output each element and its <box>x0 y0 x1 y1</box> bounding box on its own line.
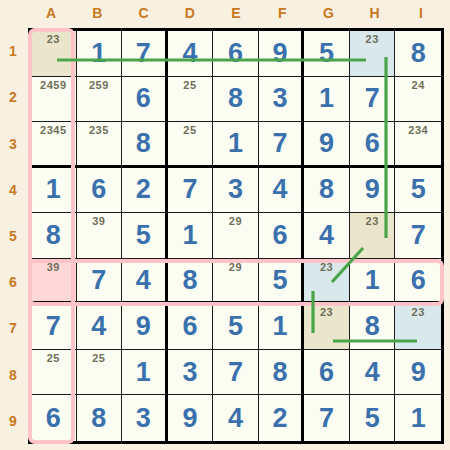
cell-i3[interactable]: 234 <box>395 122 441 168</box>
cell-e3[interactable]: 1 <box>213 122 259 168</box>
cell-value: 5 <box>319 40 334 67</box>
cell-candidates: 23 <box>304 306 349 318</box>
cell-value: 7 <box>411 222 426 249</box>
cell-candidates: 23 <box>304 261 349 273</box>
cell-value: 6 <box>319 359 334 386</box>
cell-i5[interactable]: 7 <box>395 213 441 259</box>
cell-value: 1 <box>319 85 334 112</box>
cell-candidates: 2459 <box>31 79 76 91</box>
cell-e5[interactable]: 29 <box>213 213 259 259</box>
cell-i8[interactable]: 9 <box>395 350 441 396</box>
cell-c8[interactable]: 1 <box>122 350 168 396</box>
cell-h7[interactable]: 8 <box>350 304 396 350</box>
cell-value: 6 <box>136 85 151 112</box>
cell-f9[interactable]: 2 <box>259 395 305 441</box>
row-label-1: 1 <box>0 28 26 74</box>
cell-candidates: 29 <box>213 261 258 273</box>
sudoku-app: ABCDEFGHI 123456789 23174695238245925962… <box>0 0 450 450</box>
cell-value: 1 <box>46 176 61 203</box>
cell-d7[interactable]: 6 <box>168 304 214 350</box>
cell-e6[interactable]: 29 <box>213 259 259 305</box>
cell-g9[interactable]: 7 <box>304 395 350 441</box>
cell-b8[interactable]: 25 <box>77 350 123 396</box>
cell-a8[interactable]: 25 <box>31 350 77 396</box>
cell-value: 7 <box>46 313 61 340</box>
cell-i4[interactable]: 5 <box>395 168 441 214</box>
column-label-b: B <box>74 5 120 23</box>
cell-value: 9 <box>411 359 426 386</box>
cell-value: 1 <box>273 313 288 340</box>
row-label-7: 7 <box>0 305 26 351</box>
cell-value: 7 <box>136 40 151 67</box>
cell-h4[interactable]: 9 <box>350 168 396 214</box>
cell-b6[interactable]: 7 <box>77 259 123 305</box>
cell-f6[interactable]: 5 <box>259 259 305 305</box>
cell-value: 1 <box>91 40 106 67</box>
cell-value: 4 <box>273 176 288 203</box>
row-label-3: 3 <box>0 120 26 166</box>
cell-h6[interactable]: 1 <box>350 259 396 305</box>
cell-value: 6 <box>411 267 426 294</box>
column-label-e: E <box>213 5 259 23</box>
cell-value: 1 <box>228 130 243 157</box>
cell-h9[interactable]: 5 <box>350 395 396 441</box>
cell-candidates: 23 <box>395 306 441 318</box>
row-label-8: 8 <box>0 352 26 398</box>
cell-c9[interactable]: 3 <box>122 395 168 441</box>
cell-candidates: 25 <box>77 352 122 364</box>
cell-d9[interactable]: 9 <box>168 395 214 441</box>
cell-value: 9 <box>136 313 151 340</box>
cell-i1[interactable]: 8 <box>395 31 441 77</box>
cell-value: 6 <box>228 40 243 67</box>
cell-value: 2 <box>273 405 288 432</box>
cell-value: 9 <box>365 176 380 203</box>
cell-value: 8 <box>46 222 61 249</box>
column-label-f: F <box>259 5 305 23</box>
cell-b9[interactable]: 8 <box>77 395 123 441</box>
cell-candidates: 39 <box>77 215 122 227</box>
cell-value: 7 <box>182 176 197 203</box>
cell-c6[interactable]: 4 <box>122 259 168 305</box>
cell-value: 7 <box>319 405 334 432</box>
cell-g6[interactable]: 23 <box>304 259 350 305</box>
cell-e9[interactable]: 4 <box>213 395 259 441</box>
cell-a6[interactable]: 39 <box>31 259 77 305</box>
cell-candidates: 259 <box>77 79 122 91</box>
cell-g5[interactable]: 4 <box>304 213 350 259</box>
cell-value: 6 <box>182 313 197 340</box>
cell-f4[interactable]: 4 <box>259 168 305 214</box>
cell-c5[interactable]: 5 <box>122 213 168 259</box>
cell-value: 7 <box>365 85 380 112</box>
cell-g7[interactable]: 23 <box>304 304 350 350</box>
cell-d1[interactable]: 4 <box>168 31 214 77</box>
cell-value: 5 <box>136 222 151 249</box>
cell-value: 4 <box>91 313 106 340</box>
cell-value: 1 <box>411 405 426 432</box>
cell-candidates: 2345 <box>31 124 76 136</box>
cell-g2[interactable]: 1 <box>304 77 350 123</box>
column-label-g: G <box>305 5 351 23</box>
cell-value: 4 <box>365 359 380 386</box>
cell-value: 1 <box>136 359 151 386</box>
cell-d6[interactable]: 8 <box>168 259 214 305</box>
cell-value: 4 <box>136 267 151 294</box>
cell-d8[interactable]: 3 <box>168 350 214 396</box>
column-labels: ABCDEFGHI <box>28 5 444 23</box>
cell-f3[interactable]: 7 <box>259 122 305 168</box>
cell-value: 5 <box>228 313 243 340</box>
cell-value: 3 <box>228 176 243 203</box>
cell-value: 2 <box>136 176 151 203</box>
cell-c2[interactable]: 6 <box>122 77 168 123</box>
sudoku-board: 2317469523824592596258317242345235825179… <box>28 28 444 444</box>
cell-c7[interactable]: 9 <box>122 304 168 350</box>
cell-value: 8 <box>182 267 197 294</box>
cell-candidates: 23 <box>350 215 395 227</box>
row-label-4: 4 <box>0 167 26 213</box>
cell-candidates: 24 <box>395 79 441 91</box>
cell-value: 8 <box>365 313 380 340</box>
cell-value: 8 <box>411 40 426 67</box>
cell-e4[interactable]: 3 <box>213 168 259 214</box>
cell-g4[interactable]: 8 <box>304 168 350 214</box>
cell-value: 6 <box>91 176 106 203</box>
column-label-c: C <box>120 5 166 23</box>
cell-d3[interactable]: 25 <box>168 122 214 168</box>
cell-a1[interactable]: 23 <box>31 31 77 77</box>
cell-f2[interactable]: 3 <box>259 77 305 123</box>
cell-value: 8 <box>136 130 151 157</box>
cell-value: 6 <box>365 130 380 157</box>
cell-b1[interactable]: 1 <box>77 31 123 77</box>
cell-b5[interactable]: 39 <box>77 213 123 259</box>
cell-a2[interactable]: 2459 <box>31 77 77 123</box>
cell-h1[interactable]: 23 <box>350 31 396 77</box>
cell-f7[interactable]: 1 <box>259 304 305 350</box>
cell-value: 8 <box>273 359 288 386</box>
cell-value: 9 <box>319 130 334 157</box>
cell-value: 9 <box>182 405 197 432</box>
cell-e1[interactable]: 6 <box>213 31 259 77</box>
cell-value: 3 <box>273 85 288 112</box>
cell-a7[interactable]: 7 <box>31 304 77 350</box>
cell-c4[interactable]: 2 <box>122 168 168 214</box>
cell-f5[interactable]: 6 <box>259 213 305 259</box>
row-labels: 123456789 <box>0 28 26 444</box>
row-label-6: 6 <box>0 259 26 305</box>
cell-value: 5 <box>365 405 380 432</box>
cell-d2[interactable]: 25 <box>168 77 214 123</box>
cell-value: 6 <box>273 222 288 249</box>
cell-value: 8 <box>91 405 106 432</box>
cell-b4[interactable]: 6 <box>77 168 123 214</box>
row-label-2: 2 <box>0 74 26 120</box>
cell-b2[interactable]: 259 <box>77 77 123 123</box>
cell-e2[interactable]: 8 <box>213 77 259 123</box>
cell-value: 7 <box>228 359 243 386</box>
cell-value: 4 <box>228 405 243 432</box>
cell-g3[interactable]: 9 <box>304 122 350 168</box>
column-label-a: A <box>28 5 74 23</box>
cell-g8[interactable]: 6 <box>304 350 350 396</box>
cell-value: 8 <box>319 176 334 203</box>
cell-value: 4 <box>319 222 334 249</box>
cell-value: 1 <box>182 222 197 249</box>
cell-candidates: 29 <box>213 215 258 227</box>
cell-candidates: 25 <box>31 352 76 364</box>
cell-i9[interactable]: 1 <box>395 395 441 441</box>
row-label-9: 9 <box>0 398 26 444</box>
cell-value: 4 <box>182 40 197 67</box>
cell-candidates: 25 <box>168 79 213 91</box>
cell-a9[interactable]: 6 <box>31 395 77 441</box>
cell-b7[interactable]: 4 <box>77 304 123 350</box>
cell-b3[interactable]: 235 <box>77 122 123 168</box>
cell-value: 1 <box>365 267 380 294</box>
cell-candidates: 39 <box>31 261 76 273</box>
cell-i6[interactable]: 6 <box>395 259 441 305</box>
cell-value: 8 <box>228 85 243 112</box>
cell-candidates: 235 <box>77 124 122 136</box>
cell-value: 3 <box>136 405 151 432</box>
cell-i7[interactable]: 23 <box>395 304 441 350</box>
cell-e7[interactable]: 5 <box>213 304 259 350</box>
cell-d5[interactable]: 1 <box>168 213 214 259</box>
cell-f8[interactable]: 8 <box>259 350 305 396</box>
cell-candidates: 234 <box>395 124 441 136</box>
column-label-i: I <box>398 5 444 23</box>
cell-candidates: 23 <box>350 33 395 45</box>
cell-value: 3 <box>182 359 197 386</box>
column-label-h: H <box>352 5 398 23</box>
cell-h5[interactable]: 23 <box>350 213 396 259</box>
cell-i2[interactable]: 24 <box>395 77 441 123</box>
cell-value: 5 <box>411 176 426 203</box>
column-label-d: D <box>167 5 213 23</box>
cell-h3[interactable]: 6 <box>350 122 396 168</box>
cell-d4[interactable]: 7 <box>168 168 214 214</box>
cell-candidates: 23 <box>31 33 76 45</box>
cell-c3[interactable]: 8 <box>122 122 168 168</box>
cell-g1[interactable]: 5 <box>304 31 350 77</box>
cell-a4[interactable]: 1 <box>31 168 77 214</box>
cell-h8[interactable]: 4 <box>350 350 396 396</box>
cell-value: 7 <box>91 267 106 294</box>
row-label-5: 5 <box>0 213 26 259</box>
cell-value: 7 <box>273 130 288 157</box>
cell-a3[interactable]: 2345 <box>31 122 77 168</box>
cell-value: 6 <box>46 405 61 432</box>
cell-value: 9 <box>273 40 288 67</box>
cell-a5[interactable]: 8 <box>31 213 77 259</box>
cell-e8[interactable]: 7 <box>213 350 259 396</box>
cell-c1[interactable]: 7 <box>122 31 168 77</box>
cell-value: 5 <box>273 267 288 294</box>
cell-f1[interactable]: 9 <box>259 31 305 77</box>
cell-h2[interactable]: 7 <box>350 77 396 123</box>
cell-candidates: 25 <box>168 124 213 136</box>
